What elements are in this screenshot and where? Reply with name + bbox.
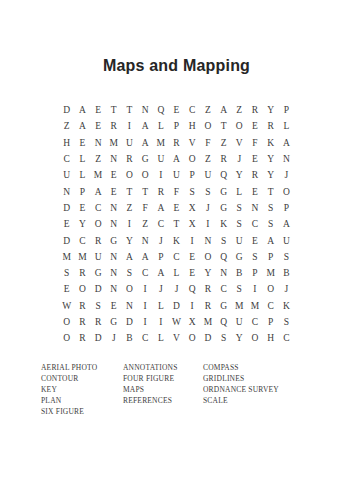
- grid-cell-r7-c8[interactable]: E: [169, 200, 185, 216]
- grid-cell-r2-c14[interactable]: R: [263, 118, 279, 134]
- word-list-item: SIX FIGURE: [41, 406, 123, 417]
- grid-cell-r15-c13[interactable]: O: [247, 330, 263, 346]
- grid-cell-r9-c14[interactable]: A: [263, 232, 279, 248]
- grid-cell-r11-c7[interactable]: A: [153, 265, 169, 281]
- grid-cell-r11-c11[interactable]: N: [216, 265, 232, 281]
- grid-cell-r10-c11[interactable]: Q: [216, 249, 232, 265]
- grid-cell-r11-c13[interactable]: P: [247, 265, 263, 281]
- grid-cell-r15-c9[interactable]: O: [184, 330, 200, 346]
- grid-cell-r2-c11[interactable]: T: [216, 118, 232, 134]
- grid-cell-r9-c5[interactable]: Y: [122, 232, 138, 248]
- grid-cell-r6-c12[interactable]: L: [231, 183, 247, 199]
- grid-cell-r10-c4[interactable]: N: [106, 249, 122, 265]
- grid-cell-r5-c11[interactable]: Q: [216, 167, 232, 183]
- grid-cell-r7-c5[interactable]: Z: [122, 200, 138, 216]
- grid-cell-r6-c8[interactable]: F: [169, 183, 185, 199]
- grid-cell-r8-c10[interactable]: I: [200, 216, 216, 232]
- grid-cell-r1-c12[interactable]: Z: [231, 102, 247, 118]
- grid-cell-r13-c8[interactable]: D: [169, 298, 185, 314]
- grid-cell-r10-c5[interactable]: A: [122, 249, 138, 265]
- grid-cell-r4-c1[interactable]: C: [59, 151, 75, 167]
- grid-cell-r11-c3[interactable]: G: [90, 265, 106, 281]
- grid-cell-r1-c6[interactable]: N: [137, 102, 153, 118]
- word-search-page: Maps and Mapping DAETTNQECZAZRYPZAERIALP…: [0, 0, 353, 500]
- grid-cell-r4-c8[interactable]: A: [169, 151, 185, 167]
- grid-cell-r12-c8[interactable]: J: [169, 281, 185, 297]
- grid-cell-r9-c10[interactable]: N: [200, 232, 216, 248]
- grid-cell-r11-c8[interactable]: L: [169, 265, 185, 281]
- grid-cell-r14-c7[interactable]: I: [153, 314, 169, 330]
- word-list-item: KEY: [41, 384, 123, 395]
- grid-cell-r10-c3[interactable]: U: [90, 249, 106, 265]
- grid-cell-r12-c4[interactable]: N: [106, 281, 122, 297]
- grid-cell-r15-c12[interactable]: Y: [231, 330, 247, 346]
- grid-cell-r3-c13[interactable]: F: [247, 135, 263, 151]
- grid-cell-r13-c12[interactable]: M: [231, 298, 247, 314]
- grid-cell-r12-c10[interactable]: R: [200, 281, 216, 297]
- grid-cell-r14-c8[interactable]: W: [169, 314, 185, 330]
- grid-cell-r2-c10[interactable]: O: [200, 118, 216, 134]
- grid-cell-r10-c13[interactable]: S: [247, 249, 263, 265]
- grid-cell-r1-c7[interactable]: Q: [153, 102, 169, 118]
- grid-cell-r5-c7[interactable]: I: [153, 167, 169, 183]
- grid-cell-r14-c3[interactable]: R: [90, 314, 106, 330]
- grid-cell-r9-c4[interactable]: G: [106, 232, 122, 248]
- grid-cell-r8-c9[interactable]: X: [184, 216, 200, 232]
- grid-cell-r13-c7[interactable]: L: [153, 298, 169, 314]
- grid-cell-r1-c13[interactable]: R: [247, 102, 263, 118]
- grid-cell-r4-c15[interactable]: N: [278, 151, 294, 167]
- grid-cell-r15-c1[interactable]: O: [59, 330, 75, 346]
- grid-cell-r9-c1[interactable]: D: [59, 232, 75, 248]
- grid-cell-r2-c9[interactable]: H: [184, 118, 200, 134]
- grid-cell-r4-c10[interactable]: Z: [200, 151, 216, 167]
- grid-cell-r14-c10[interactable]: M: [200, 314, 216, 330]
- grid-cell-r3-c4[interactable]: M: [106, 135, 122, 151]
- grid-cell-r15-c15[interactable]: C: [278, 330, 294, 346]
- grid-cell-r8-c13[interactable]: C: [247, 216, 263, 232]
- grid-cell-r9-c6[interactable]: N: [137, 232, 153, 248]
- grid-cell-r9-c3[interactable]: R: [90, 232, 106, 248]
- grid-cell-r11-c6[interactable]: C: [137, 265, 153, 281]
- grid-cell-r1-c4[interactable]: T: [106, 102, 122, 118]
- grid-cell-r13-c4[interactable]: E: [106, 298, 122, 314]
- grid-cell-r1-c5[interactable]: T: [122, 102, 138, 118]
- grid-cell-r11-c4[interactable]: N: [106, 265, 122, 281]
- grid-cell-r11-c14[interactable]: M: [263, 265, 279, 281]
- grid-cell-r12-c5[interactable]: O: [122, 281, 138, 297]
- grid-cell-r11-c9[interactable]: E: [184, 265, 200, 281]
- grid-cell-r6-c2[interactable]: P: [75, 183, 91, 199]
- grid-cell-r8-c15[interactable]: A: [278, 216, 294, 232]
- grid-cell-r5-c15[interactable]: J: [278, 167, 294, 183]
- grid-cell-r15-c4[interactable]: J: [106, 330, 122, 346]
- grid-cell-r3-c10[interactable]: F: [200, 135, 216, 151]
- grid-cell-r9-c9[interactable]: I: [184, 232, 200, 248]
- grid-cell-r15-c3[interactable]: D: [90, 330, 106, 346]
- grid-cell-r7-c13[interactable]: N: [247, 200, 263, 216]
- grid-cell-r6-c1[interactable]: N: [59, 183, 75, 199]
- grid-cell-r5-c12[interactable]: Y: [231, 167, 247, 183]
- grid-cell-r2-c12[interactable]: O: [231, 118, 247, 134]
- grid-cell-r6-c7[interactable]: R: [153, 183, 169, 199]
- grid-cell-r11-c5[interactable]: S: [122, 265, 138, 281]
- grid-cell-r14-c15[interactable]: S: [278, 314, 294, 330]
- grid-cell-r5-c1[interactable]: U: [59, 167, 75, 183]
- grid-cell-r12-c13[interactable]: I: [247, 281, 263, 297]
- grid-cell-r14-c13[interactable]: C: [247, 314, 263, 330]
- word-list-item: CONTOUR: [41, 373, 123, 384]
- grid-cell-r11-c2[interactable]: R: [75, 265, 91, 281]
- grid-cell-r7-c15[interactable]: P: [278, 200, 294, 216]
- word-list-item: REFERENCES: [123, 395, 203, 406]
- grid-cell-r8-c8[interactable]: T: [169, 216, 185, 232]
- word-list: AERIAL PHOTOCONTOURKEYPLANSIX FIGURE ANN…: [41, 362, 341, 417]
- grid-cell-r7-c11[interactable]: G: [216, 200, 232, 216]
- grid-cell-r13-c15[interactable]: K: [278, 298, 294, 314]
- grid-cell-r4-c11[interactable]: R: [216, 151, 232, 167]
- grid-cell-r1-c8[interactable]: E: [169, 102, 185, 118]
- grid-cell-r14-c5[interactable]: D: [122, 314, 138, 330]
- grid-cell-r8-c1[interactable]: E: [59, 216, 75, 232]
- grid-cell-r8-c4[interactable]: N: [106, 216, 122, 232]
- word-list-item: SCALE: [203, 395, 341, 406]
- grid-cell-r3-c9[interactable]: V: [184, 135, 200, 151]
- grid-cell-r4-c14[interactable]: Y: [263, 151, 279, 167]
- grid-cell-r2-c4[interactable]: R: [106, 118, 122, 134]
- grid-cell-r6-c6[interactable]: T: [137, 183, 153, 199]
- grid-cell-r4-c5[interactable]: R: [122, 151, 138, 167]
- grid-cell-r5-c13[interactable]: R: [247, 167, 263, 183]
- grid-cell-r1-c3[interactable]: E: [90, 102, 106, 118]
- grid-cell-r8-c7[interactable]: C: [153, 216, 169, 232]
- grid-cell-r13-c1[interactable]: W: [59, 298, 75, 314]
- word-list-column-1: AERIAL PHOTOCONTOURKEYPLANSIX FIGURE: [41, 362, 123, 417]
- grid-cell-r5-c5[interactable]: O: [122, 167, 138, 183]
- grid-cell-r6-c11[interactable]: G: [216, 183, 232, 199]
- grid-cell-r9-c11[interactable]: S: [216, 232, 232, 248]
- grid-cell-r1-c9[interactable]: C: [184, 102, 200, 118]
- grid-cell-r3-c7[interactable]: M: [153, 135, 169, 151]
- grid-cell-r5-c2[interactable]: L: [75, 167, 91, 183]
- grid-cell-r10-c7[interactable]: P: [153, 249, 169, 265]
- grid-cell-r4-c4[interactable]: N: [106, 151, 122, 167]
- grid-cell-r7-c2[interactable]: E: [75, 200, 91, 216]
- grid-cell-r12-c6[interactable]: I: [137, 281, 153, 297]
- grid-cell-r2-c5[interactable]: I: [122, 118, 138, 134]
- grid-cell-r8-c5[interactable]: I: [122, 216, 138, 232]
- grid-cell-r10-c9[interactable]: E: [184, 249, 200, 265]
- grid-cell-r7-c10[interactable]: J: [200, 200, 216, 216]
- grid-cell-r11-c15[interactable]: B: [278, 265, 294, 281]
- grid-cell-r14-c1[interactable]: O: [59, 314, 75, 330]
- grid-cell-r15-c14[interactable]: H: [263, 330, 279, 346]
- grid-cell-r4-c12[interactable]: J: [231, 151, 247, 167]
- grid-cell-r7-c3[interactable]: C: [90, 200, 106, 216]
- grid-cell-r10-c10[interactable]: O: [200, 249, 216, 265]
- grid-cell-r3-c6[interactable]: A: [137, 135, 153, 151]
- grid-cell-r10-c1[interactable]: M: [59, 249, 75, 265]
- grid-cell-r10-c14[interactable]: P: [263, 249, 279, 265]
- grid-cell-r13-c9[interactable]: I: [184, 298, 200, 314]
- grid-cell-r9-c13[interactable]: E: [247, 232, 263, 248]
- grid-cell-r13-c5[interactable]: N: [122, 298, 138, 314]
- word-list-item: MAPS: [123, 384, 203, 395]
- grid-cell-r13-c2[interactable]: R: [75, 298, 91, 314]
- grid-cell-r13-c6[interactable]: I: [137, 298, 153, 314]
- grid-cell-r3-c8[interactable]: R: [169, 135, 185, 151]
- grid-cell-r4-c9[interactable]: O: [184, 151, 200, 167]
- word-list-item: ANNOTATIONS: [123, 362, 203, 373]
- grid-cell-r13-c10[interactable]: R: [200, 298, 216, 314]
- grid-cell-r2-c13[interactable]: E: [247, 118, 263, 134]
- grid-cell-r15-c7[interactable]: L: [153, 330, 169, 346]
- grid-cell-r12-c15[interactable]: J: [278, 281, 294, 297]
- grid-cell-r2-c1[interactable]: Z: [59, 118, 75, 134]
- grid-cell-r2-c15[interactable]: L: [278, 118, 294, 134]
- grid-cell-r14-c14[interactable]: P: [263, 314, 279, 330]
- puzzle-title: Maps and Mapping: [0, 57, 353, 75]
- grid-cell-r10-c8[interactable]: C: [169, 249, 185, 265]
- grid-cell-r8-c6[interactable]: Z: [137, 216, 153, 232]
- grid-cell-r8-c11[interactable]: K: [216, 216, 232, 232]
- grid-cell-r9-c15[interactable]: U: [278, 232, 294, 248]
- grid-cell-r6-c10[interactable]: S: [200, 183, 216, 199]
- word-list-item: COMPASS: [203, 362, 341, 373]
- grid-cell-r12-c1[interactable]: E: [59, 281, 75, 297]
- grid-cell-r8-c14[interactable]: S: [263, 216, 279, 232]
- grid-cell-r15-c8[interactable]: V: [169, 330, 185, 346]
- grid-cell-r7-c4[interactable]: N: [106, 200, 122, 216]
- grid-cell-r1-c10[interactable]: Z: [200, 102, 216, 118]
- grid-cell-r3-c15[interactable]: A: [278, 135, 294, 151]
- grid-cell-r5-c8[interactable]: U: [169, 167, 185, 183]
- grid-cell-r12-c11[interactable]: C: [216, 281, 232, 297]
- grid-cell-r14-c12[interactable]: U: [231, 314, 247, 330]
- word-list-item: FOUR FIGURE: [123, 373, 203, 384]
- grid-cell-r6-c9[interactable]: S: [184, 183, 200, 199]
- grid-cell-r15-c5[interactable]: B: [122, 330, 138, 346]
- grid-cell-r12-c3[interactable]: D: [90, 281, 106, 297]
- grid-cell-r10-c15[interactable]: S: [278, 249, 294, 265]
- grid-cell-r14-c6[interactable]: I: [137, 314, 153, 330]
- grid-cell-r15-c11[interactable]: S: [216, 330, 232, 346]
- grid-cell-r1-c14[interactable]: Y: [263, 102, 279, 118]
- grid-cell-r4-c3[interactable]: Z: [90, 151, 106, 167]
- grid-cell-r11-c10[interactable]: Y: [200, 265, 216, 281]
- grid-cell-r5-c4[interactable]: E: [106, 167, 122, 183]
- grid-cell-r13-c11[interactable]: G: [216, 298, 232, 314]
- grid-cell-r10-c6[interactable]: A: [137, 249, 153, 265]
- grid-cell-r14-c9[interactable]: X: [184, 314, 200, 330]
- grid-cell-r10-c2[interactable]: M: [75, 249, 91, 265]
- grid-cell-r11-c1[interactable]: S: [59, 265, 75, 281]
- grid-cell-r8-c2[interactable]: Y: [75, 216, 91, 232]
- grid-cell-r14-c11[interactable]: Q: [216, 314, 232, 330]
- grid-cell-r4-c2[interactable]: L: [75, 151, 91, 167]
- grid-cell-r7-c7[interactable]: A: [153, 200, 169, 216]
- grid-cell-r6-c14[interactable]: T: [263, 183, 279, 199]
- grid-cell-r9-c12[interactable]: U: [231, 232, 247, 248]
- grid-cell-r8-c12[interactable]: S: [231, 216, 247, 232]
- grid-cell-r5-c6[interactable]: O: [137, 167, 153, 183]
- grid-cell-r3-c3[interactable]: N: [90, 135, 106, 151]
- grid-cell-r6-c13[interactable]: E: [247, 183, 263, 199]
- grid-cell-r12-c2[interactable]: O: [75, 281, 91, 297]
- grid-cell-r4-c6[interactable]: G: [137, 151, 153, 167]
- grid-cell-r1-c11[interactable]: A: [216, 102, 232, 118]
- grid-cell-r15-c10[interactable]: D: [200, 330, 216, 346]
- grid-cell-r14-c2[interactable]: R: [75, 314, 91, 330]
- grid-cell-r7-c9[interactable]: X: [184, 200, 200, 216]
- word-list-column-3: COMPASSGRIDLINESORDNANCE SURVEYSCALE: [203, 362, 341, 406]
- grid-cell-r14-c4[interactable]: G: [106, 314, 122, 330]
- grid-cell-r4-c7[interactable]: U: [153, 151, 169, 167]
- word-list-item: GRIDLINES: [203, 373, 341, 384]
- grid-cell-r12-c7[interactable]: J: [153, 281, 169, 297]
- grid-cell-r1-c15[interactable]: P: [278, 102, 294, 118]
- grid-cell-r6-c4[interactable]: E: [106, 183, 122, 199]
- grid-cell-r5-c10[interactable]: U: [200, 167, 216, 183]
- grid-cell-r13-c13[interactable]: M: [247, 298, 263, 314]
- grid-cell-r10-c12[interactable]: G: [231, 249, 247, 265]
- grid-cell-r6-c15[interactable]: O: [278, 183, 294, 199]
- grid-cell-r7-c1[interactable]: D: [59, 200, 75, 216]
- grid-cell-r2-c6[interactable]: A: [137, 118, 153, 134]
- word-list-item: PLAN: [41, 395, 123, 406]
- grid-cell-r13-c14[interactable]: C: [263, 298, 279, 314]
- grid-cell-r6-c3[interactable]: A: [90, 183, 106, 199]
- word-list-column-2: ANNOTATIONSFOUR FIGUREMAPSREFERENCES: [123, 362, 203, 406]
- grid-cell-r12-c9[interactable]: Q: [184, 281, 200, 297]
- grid-cell-r3-c14[interactable]: K: [263, 135, 279, 151]
- grid-cell-r8-c3[interactable]: O: [90, 216, 106, 232]
- word-list-item: AERIAL PHOTO: [41, 362, 123, 373]
- grid-cell-r9-c8[interactable]: K: [169, 232, 185, 248]
- grid-cell-r9-c7[interactable]: J: [153, 232, 169, 248]
- grid-cell-r1-c1[interactable]: D: [59, 102, 75, 118]
- grid-cell-r5-c14[interactable]: Y: [263, 167, 279, 183]
- grid-cell-r6-c5[interactable]: T: [122, 183, 138, 199]
- grid-cell-r3-c11[interactable]: Z: [216, 135, 232, 151]
- grid-cell-r13-c3[interactable]: S: [90, 298, 106, 314]
- grid-cell-r3-c5[interactable]: U: [122, 135, 138, 151]
- grid-cell-r3-c2[interactable]: E: [75, 135, 91, 151]
- grid-cell-r5-c9[interactable]: P: [184, 167, 200, 183]
- grid-cell-r15-c2[interactable]: R: [75, 330, 91, 346]
- grid-cell-r2-c8[interactable]: P: [169, 118, 185, 134]
- grid-cell-r2-c3[interactable]: E: [90, 118, 106, 134]
- grid-cell-r5-c3[interactable]: M: [90, 167, 106, 183]
- grid-cell-r2-c7[interactable]: L: [153, 118, 169, 134]
- grid-cell-r3-c1[interactable]: H: [59, 135, 75, 151]
- grid-cell-r9-c2[interactable]: C: [75, 232, 91, 248]
- grid-cell-r12-c12[interactable]: S: [231, 281, 247, 297]
- grid-cell-r15-c6[interactable]: C: [137, 330, 153, 346]
- grid-cell-r3-c12[interactable]: V: [231, 135, 247, 151]
- word-search-grid: DAETTNQECZAZRYPZAERIALPHOTOERLHENMUAMRVF…: [59, 102, 294, 346]
- grid-cell-r1-c2[interactable]: A: [75, 102, 91, 118]
- grid-cell-r11-c12[interactable]: B: [231, 265, 247, 281]
- word-list-item: ORDNANCE SURVEY: [203, 384, 341, 395]
- grid-cell-r2-c2[interactable]: A: [75, 118, 91, 134]
- grid-cell-r7-c6[interactable]: F: [137, 200, 153, 216]
- grid-cell-r4-c13[interactable]: E: [247, 151, 263, 167]
- grid-cell-r7-c12[interactable]: S: [231, 200, 247, 216]
- grid-cell-r12-c14[interactable]: O: [263, 281, 279, 297]
- grid-cell-r7-c14[interactable]: S: [263, 200, 279, 216]
